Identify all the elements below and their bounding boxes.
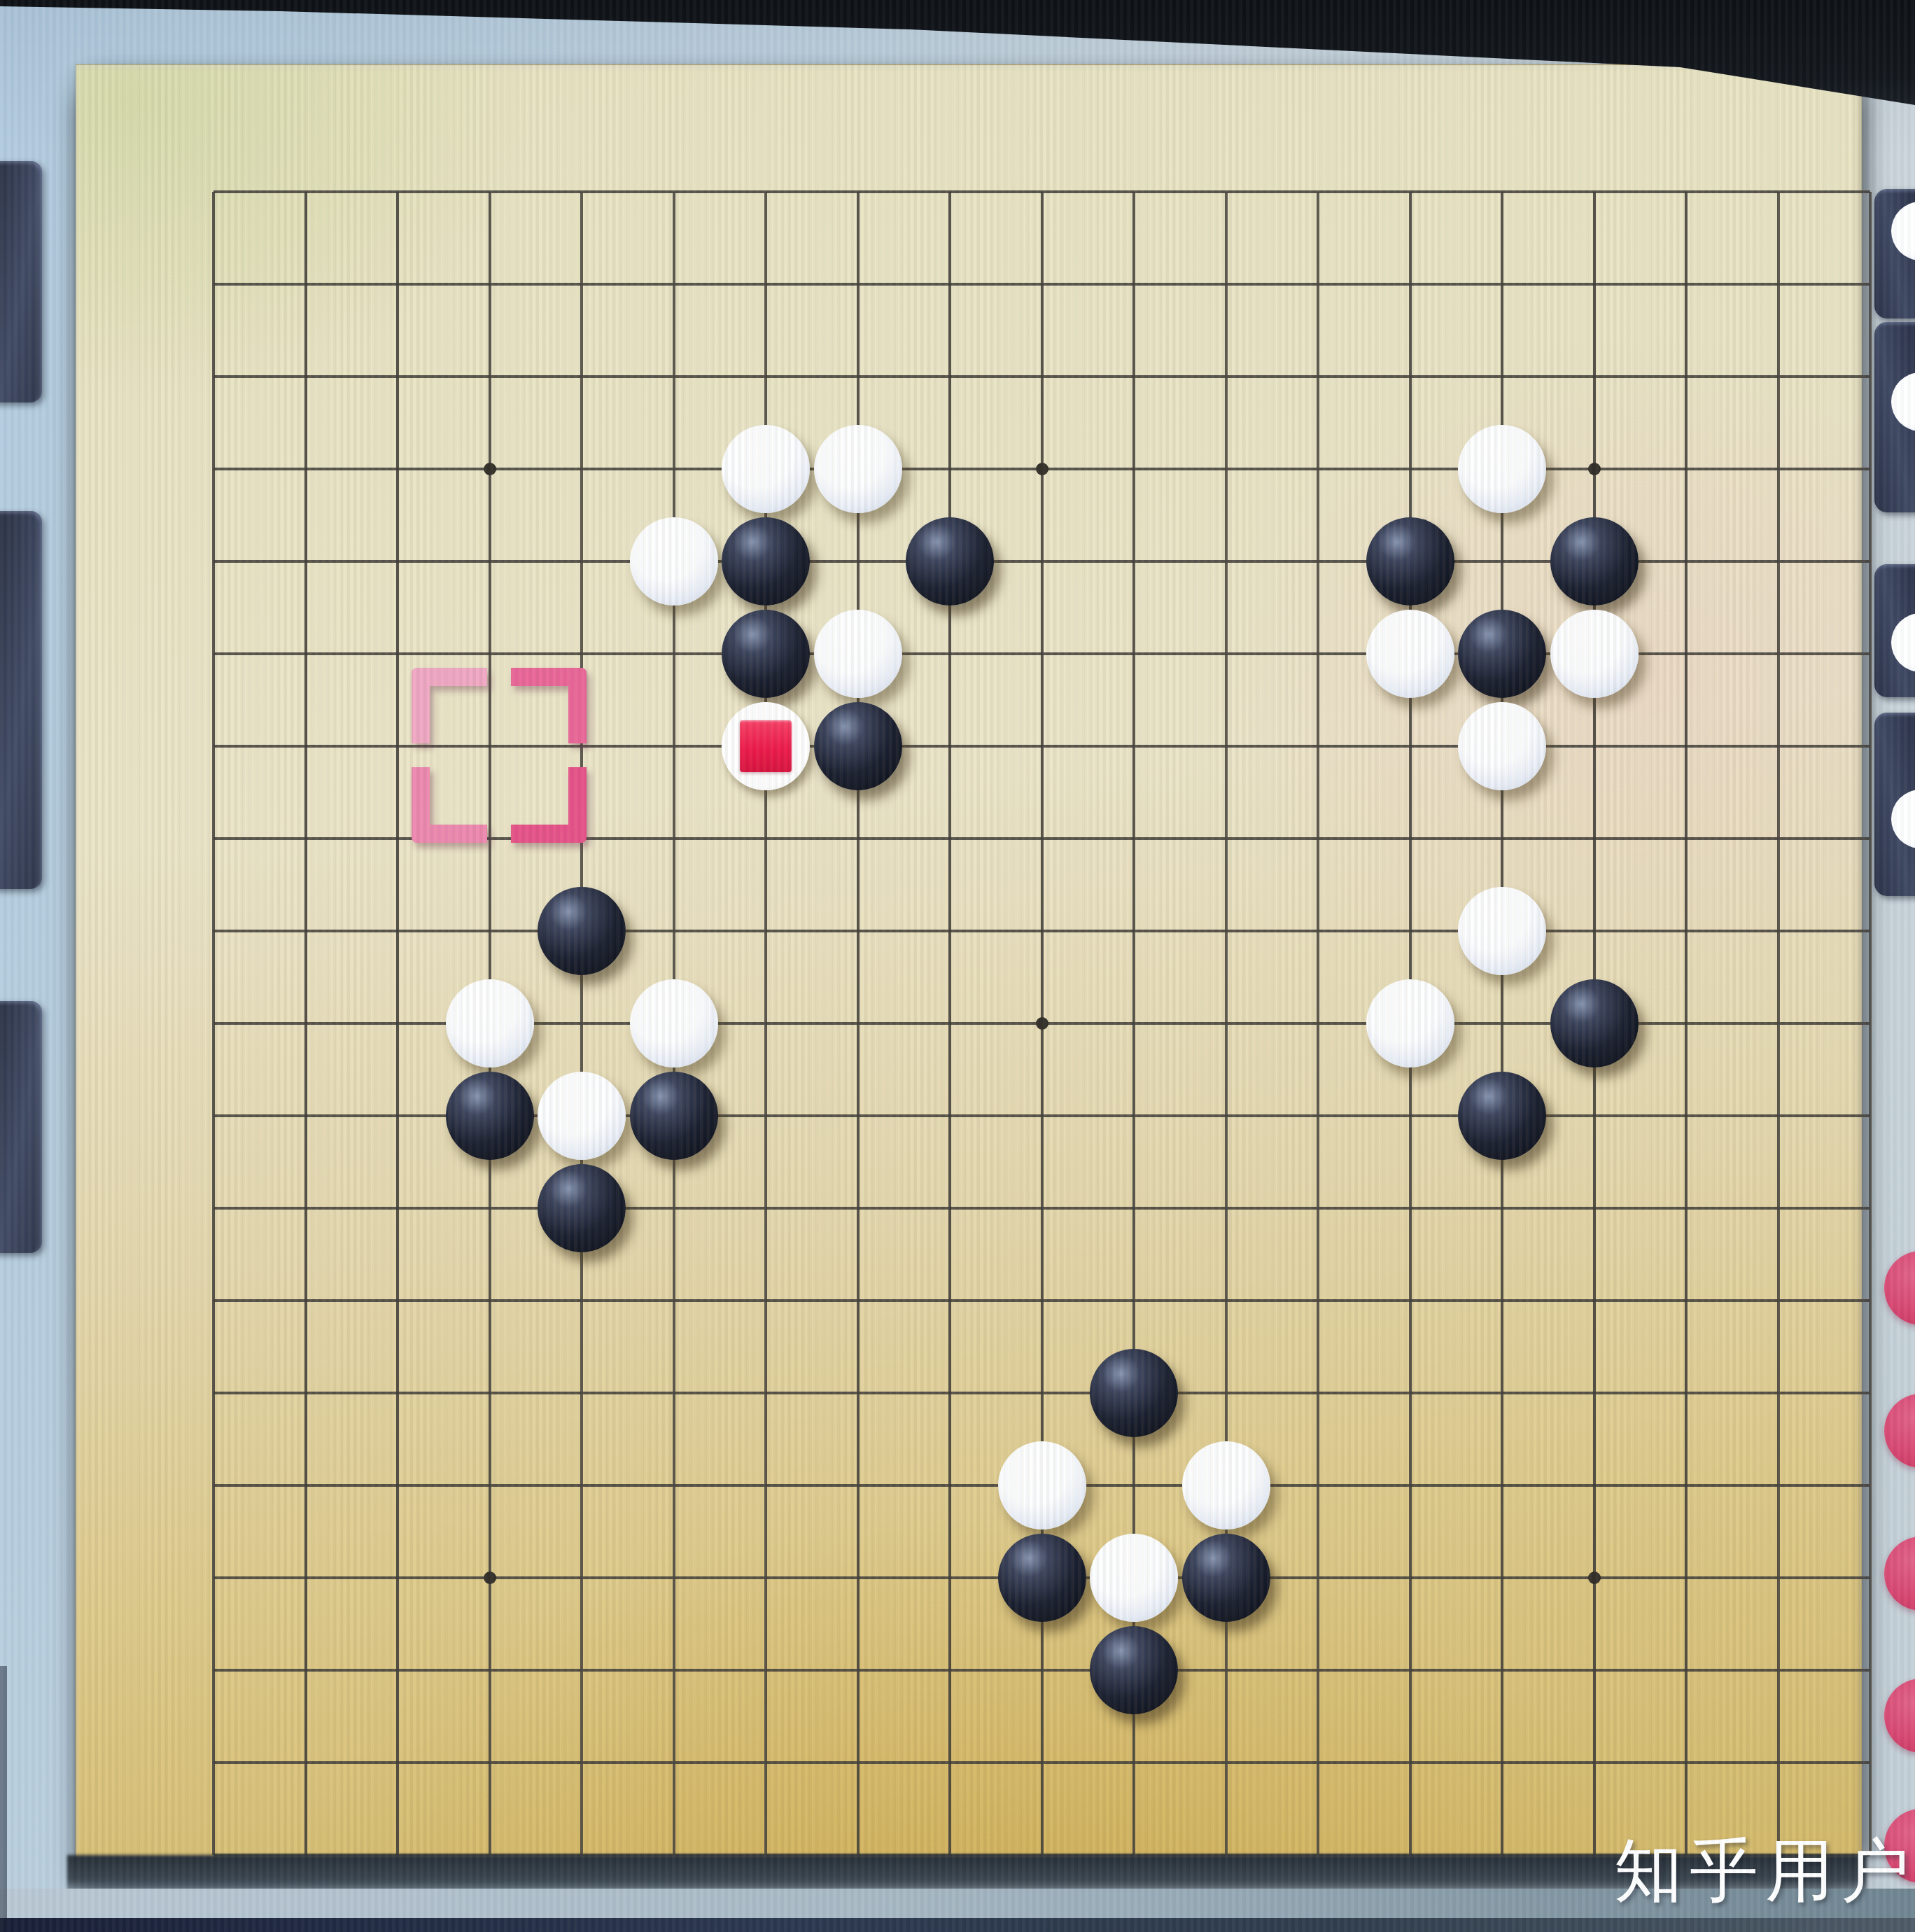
white-stone bbox=[1090, 1534, 1178, 1622]
white-stone-peek-icon bbox=[1891, 202, 1915, 260]
bracket-top-right bbox=[511, 668, 587, 743]
white-stone bbox=[722, 425, 810, 513]
left-tray-tile[interactable] bbox=[0, 1001, 42, 1253]
star-point bbox=[484, 1571, 496, 1584]
black-stone bbox=[1090, 1349, 1178, 1437]
white-stone-peek-icon bbox=[1891, 790, 1915, 848]
white-stone bbox=[1366, 610, 1454, 698]
black-stone bbox=[1182, 1534, 1270, 1622]
white-stone bbox=[538, 1072, 626, 1160]
white-stone-peek-icon bbox=[1891, 372, 1915, 431]
grid-line-horizontal bbox=[213, 1669, 1870, 1672]
pink-stone bbox=[1884, 1679, 1915, 1753]
go-board[interactable] bbox=[76, 64, 1862, 1865]
black-stone bbox=[906, 517, 994, 605]
grid-line-horizontal bbox=[213, 1392, 1870, 1394]
white-stone bbox=[1182, 1441, 1270, 1529]
black-stone bbox=[1458, 1072, 1546, 1160]
white-stone bbox=[998, 1441, 1086, 1529]
black-stone bbox=[1458, 610, 1546, 698]
grid-line-vertical bbox=[1317, 192, 1319, 1855]
white-stone bbox=[1458, 702, 1546, 790]
star-point bbox=[1036, 463, 1048, 475]
bottom-bezel-dark-strip bbox=[0, 1918, 1915, 1932]
bracket-bottom-left bbox=[412, 767, 487, 843]
black-stone bbox=[722, 610, 810, 698]
white-stone bbox=[1550, 610, 1639, 698]
black-stone bbox=[722, 517, 810, 605]
black-stone bbox=[538, 887, 626, 975]
right-tray-tile[interactable] bbox=[1874, 189, 1915, 318]
white-stone bbox=[722, 702, 810, 790]
white-stone bbox=[1458, 425, 1546, 513]
grid-line-horizontal bbox=[213, 1761, 1870, 1764]
star-point bbox=[484, 463, 496, 475]
right-tray-tile[interactable] bbox=[1874, 564, 1915, 697]
black-stone bbox=[538, 1164, 626, 1252]
bracket-top-left bbox=[412, 668, 487, 743]
photographed-screen: 知乎用户 bbox=[0, 0, 1915, 1932]
white-stone-peek-icon bbox=[1891, 613, 1915, 672]
white-stone bbox=[814, 610, 902, 698]
black-stone bbox=[1550, 979, 1639, 1067]
pink-stone bbox=[1884, 1251, 1915, 1325]
grid-line-vertical bbox=[1685, 192, 1688, 1855]
grid-line-horizontal bbox=[213, 1299, 1870, 1302]
black-stone bbox=[446, 1072, 534, 1160]
white-stone bbox=[1366, 979, 1454, 1067]
black-stone bbox=[814, 702, 902, 790]
watermark-text: 知乎用户 bbox=[1614, 1826, 1915, 1918]
left-tray-tile[interactable] bbox=[0, 511, 42, 889]
star-point bbox=[1036, 1017, 1048, 1030]
black-stone bbox=[998, 1534, 1086, 1622]
pink-stone bbox=[1884, 1394, 1915, 1468]
white-stone bbox=[814, 425, 902, 513]
pink-stone bbox=[1884, 1536, 1915, 1611]
left-tray-tile[interactable] bbox=[0, 161, 42, 402]
black-stone bbox=[1090, 1626, 1178, 1714]
black-stone bbox=[1366, 517, 1454, 605]
black-stone bbox=[1550, 517, 1639, 605]
star-point bbox=[1588, 1571, 1601, 1584]
white-stone bbox=[446, 979, 534, 1067]
last-move-red-square-marker bbox=[740, 720, 792, 772]
left-photo-edge bbox=[0, 1666, 7, 1932]
right-tray-tile[interactable] bbox=[1874, 713, 1915, 896]
grid-line-vertical bbox=[1777, 192, 1780, 1855]
white-stone bbox=[1458, 887, 1546, 975]
white-stone bbox=[630, 979, 718, 1067]
grid-line-horizontal bbox=[213, 1207, 1870, 1210]
right-tray-tile[interactable] bbox=[1874, 322, 1915, 512]
grid-line-vertical bbox=[1869, 192, 1872, 1855]
white-stone bbox=[630, 517, 718, 605]
black-stone bbox=[630, 1072, 718, 1160]
bracket-bottom-right bbox=[511, 767, 587, 843]
star-point bbox=[1588, 463, 1601, 475]
